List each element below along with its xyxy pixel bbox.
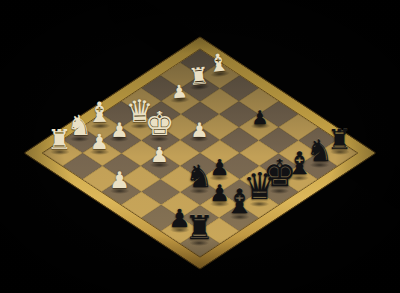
piece-shadow [110,136,130,142]
piece-white-pawn-e4[interactable]: ♟ [191,120,209,140]
piece-black-rook-a8[interactable]: ♜ [185,211,215,244]
piece-white-king-d3[interactable]: ♚ [145,107,175,140]
piece-black-bishop-c8[interactable]: ♝ [224,184,254,218]
piece-white-pawn-c4[interactable]: ♟ [150,145,169,166]
black-bishop-icon: ♝ [224,184,254,218]
piece-shadow [229,214,249,220]
piece-shadow [190,136,210,142]
piece-white-rook-a1[interactable]: ♜ [47,126,71,153]
piece-black-pawn-g5[interactable]: ♟ [251,108,268,127]
piece-shadow [89,149,109,155]
piece-shadow [69,136,89,142]
piece-white-rook-g2[interactable]: ♜ [187,64,210,89]
piece-white-pawn-c2[interactable]: ♟ [111,120,129,140]
piece-white-bishop-h2[interactable]: ♝ [206,50,230,76]
piece-shadow [189,188,209,194]
piece-shadow [50,149,70,155]
piece-shadow [190,240,210,246]
piece-shadow [149,162,169,168]
piece-white-pawn-b2[interactable]: ♟ [90,132,109,153]
piece-white-pawn-a4[interactable]: ♟ [109,169,130,192]
piece-white-pawn-f2[interactable]: ♟ [170,82,187,101]
piece-shadow [150,136,170,142]
photo-background: ♝♜♟♝♛♟♞♟♚♟♜♟♜♟♞♟♝♟♞♚♟♛♝♟♜ [0,0,400,293]
piece-shadow [110,188,130,194]
